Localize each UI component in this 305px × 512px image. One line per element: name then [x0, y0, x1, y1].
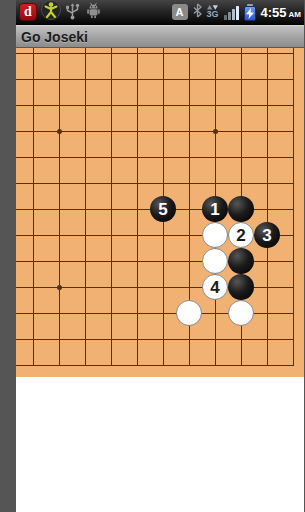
- app-title: Go Joseki: [21, 29, 88, 45]
- stone-R7: [228, 196, 254, 222]
- stone-Q6: [202, 222, 228, 248]
- status-bar: d: [16, 0, 304, 25]
- input-method-letter: A: [176, 6, 184, 18]
- android-icon: [84, 1, 103, 23]
- stone-S6: 3: [254, 222, 280, 248]
- bluetooth-icon: [193, 3, 202, 22]
- star-point: [57, 285, 62, 290]
- stone-Q4: 4: [202, 274, 228, 300]
- move-number: 5: [158, 201, 167, 218]
- stone-Q5: [202, 248, 228, 274]
- stone-R6: 2: [228, 222, 254, 248]
- board-grid: 51234: [20, 48, 304, 377]
- stone-Q7: 1: [202, 196, 228, 222]
- move-number: 1: [210, 201, 219, 218]
- signal-strength-icon: [224, 5, 239, 20]
- title-bar: Go Joseki: [16, 25, 304, 48]
- usb-icon: [65, 1, 80, 24]
- docomo-letter: d: [24, 4, 32, 19]
- screen: d: [16, 0, 304, 512]
- move-number: 4: [210, 279, 219, 296]
- clock-time: 4:55: [261, 5, 287, 20]
- network-3g-label: 3G: [207, 10, 219, 19]
- accessibility-person-icon: [41, 0, 61, 24]
- status-icons-left: d: [16, 0, 103, 24]
- stone-P3: [176, 300, 202, 326]
- stone-R3: [228, 300, 254, 326]
- battery-charging-icon: [244, 4, 256, 21]
- stone-R4: [228, 274, 254, 300]
- star-point: [213, 129, 218, 134]
- stone-R5: [228, 248, 254, 274]
- clock-ampm: AM: [289, 10, 301, 19]
- docomo-icon: d: [19, 3, 37, 21]
- move-number: 3: [262, 227, 271, 244]
- input-method-icon: A: [172, 4, 188, 20]
- stone-O7: 5: [150, 196, 176, 222]
- move-number: 2: [236, 227, 245, 244]
- network-3g-icon: 3G: [207, 5, 219, 19]
- go-board[interactable]: 51234: [16, 48, 304, 377]
- bottom-panel: Check Correct. Next 3 months after: [16, 377, 304, 512]
- status-icons-right: A 3G: [172, 3, 305, 22]
- star-point: [57, 129, 62, 134]
- clock: 4:55 AM: [261, 5, 301, 20]
